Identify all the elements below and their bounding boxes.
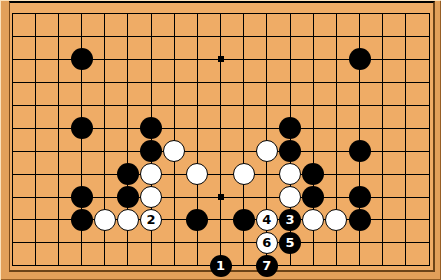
move-number-label: 5	[286, 236, 295, 249]
white-stone	[279, 186, 301, 208]
black-stone	[71, 209, 93, 231]
black-stone	[349, 186, 371, 208]
grid-line-vertical	[429, 13, 430, 266]
grid-line-vertical	[220, 13, 221, 266]
grid-line-horizontal	[12, 242, 430, 243]
black-stone-move-7: 7	[256, 255, 278, 277]
move-number-label: 2	[146, 213, 155, 226]
black-stone	[279, 117, 301, 139]
white-stone	[94, 209, 116, 231]
white-stone	[233, 163, 255, 185]
black-stone	[71, 186, 93, 208]
star-point	[218, 194, 224, 200]
black-stone	[279, 140, 301, 162]
white-stone-move-4: 4	[256, 209, 278, 231]
black-stone	[117, 163, 139, 185]
grid-line-horizontal	[12, 36, 430, 37]
black-stone	[349, 209, 371, 231]
grid-line-vertical	[405, 13, 406, 266]
grid-line-horizontal	[12, 82, 430, 83]
move-number-label: 4	[262, 213, 271, 226]
black-stone	[349, 140, 371, 162]
white-stone	[117, 209, 139, 231]
move-number-label: 1	[216, 259, 225, 272]
grid-line-horizontal	[12, 105, 430, 106]
move-number-label: 7	[262, 259, 271, 272]
white-stone-move-6: 6	[256, 232, 278, 254]
black-stone-move-3: 3	[279, 209, 301, 231]
go-board-diagram: 2436517	[0, 0, 441, 280]
move-number-label: 6	[262, 236, 271, 249]
grid-line-vertical	[12, 13, 13, 266]
black-stone	[140, 117, 162, 139]
white-stone	[302, 209, 324, 231]
grid-line-vertical	[35, 13, 36, 266]
go-board	[9, 1, 435, 272]
black-stone	[140, 140, 162, 162]
grid-line-horizontal	[12, 13, 430, 14]
white-stone	[279, 163, 301, 185]
star-point	[218, 56, 224, 62]
black-stone-move-1: 1	[210, 255, 232, 277]
white-stone	[256, 140, 278, 162]
grid-line-vertical	[382, 13, 383, 266]
white-stone	[140, 163, 162, 185]
black-stone	[117, 186, 139, 208]
move-number-label: 3	[286, 213, 295, 226]
grid-line-vertical	[58, 13, 59, 266]
grid-line-horizontal	[12, 174, 430, 175]
white-stone	[140, 186, 162, 208]
black-stone-move-5: 5	[279, 232, 301, 254]
black-stone	[233, 209, 255, 231]
black-stone	[349, 48, 371, 70]
black-stone	[71, 117, 93, 139]
white-stone-move-2: 2	[140, 209, 162, 231]
black-stone	[71, 48, 93, 70]
